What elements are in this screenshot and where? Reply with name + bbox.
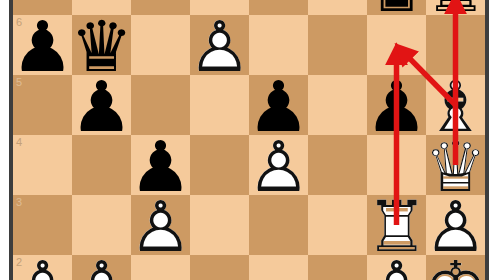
chess-board-diagram: 65432 ♚♜♟♛♟♙♟♟♟♝♗♟♟♙♛♕♟♙♜♖♟♙♟♙♟♙♟♙♚♔ bbox=[0, 0, 497, 280]
square-c6[interactable] bbox=[131, 15, 190, 75]
square-d2[interactable] bbox=[190, 255, 249, 280]
square-f4[interactable] bbox=[308, 135, 367, 195]
square-f2[interactable] bbox=[308, 255, 367, 280]
piece-wP-a2[interactable]: ♟♙ bbox=[13, 255, 72, 280]
square-a4[interactable]: 4 bbox=[13, 135, 72, 195]
white-piece-outline: ♙ bbox=[131, 197, 190, 257]
piece-wP-g2[interactable]: ♟♙ bbox=[367, 255, 426, 280]
white-piece-outline: ♙ bbox=[367, 257, 426, 280]
black-piece-glyph: ♚ bbox=[367, 0, 426, 17]
black-piece-glyph: ♟ bbox=[367, 77, 426, 137]
piece-bP-b5[interactable]: ♟ bbox=[72, 75, 131, 135]
square-e7[interactable] bbox=[249, 0, 308, 15]
piece-bK-g7[interactable]: ♚ bbox=[367, 0, 426, 15]
white-piece-outline: ♙ bbox=[190, 17, 249, 77]
piece-wP-e4[interactable]: ♟♙ bbox=[249, 135, 308, 195]
rank-label-4: 4 bbox=[16, 136, 22, 148]
square-e2[interactable] bbox=[249, 255, 308, 280]
square-d3[interactable] bbox=[190, 195, 249, 255]
white-piece-outline: ♙ bbox=[13, 257, 72, 280]
square-f7[interactable] bbox=[308, 0, 367, 15]
piece-bP-g5[interactable]: ♟ bbox=[367, 75, 426, 135]
white-piece-outline: ♙ bbox=[249, 137, 308, 197]
square-f6[interactable] bbox=[308, 15, 367, 75]
rank-label-3: 3 bbox=[16, 196, 22, 208]
black-piece-glyph: ♜ bbox=[426, 0, 485, 17]
piece-bP-a6[interactable]: ♟ bbox=[13, 15, 72, 75]
piece-bR-h7[interactable]: ♜ bbox=[426, 0, 485, 15]
square-f3[interactable] bbox=[308, 195, 367, 255]
black-piece-glyph: ♟ bbox=[72, 77, 131, 137]
square-d4[interactable] bbox=[190, 135, 249, 195]
piece-wP-b2[interactable]: ♟♙ bbox=[72, 255, 131, 280]
piece-wK-h2[interactable]: ♚♔ bbox=[426, 255, 485, 280]
piece-wP-d6[interactable]: ♟♙ bbox=[190, 15, 249, 75]
piece-wP-c3[interactable]: ♟♙ bbox=[131, 195, 190, 255]
black-piece-glyph: ♟ bbox=[13, 17, 72, 77]
white-piece-outline: ♔ bbox=[426, 257, 485, 280]
square-f5[interactable] bbox=[308, 75, 367, 135]
square-c7[interactable] bbox=[131, 0, 190, 15]
white-piece-outline: ♙ bbox=[72, 257, 131, 280]
